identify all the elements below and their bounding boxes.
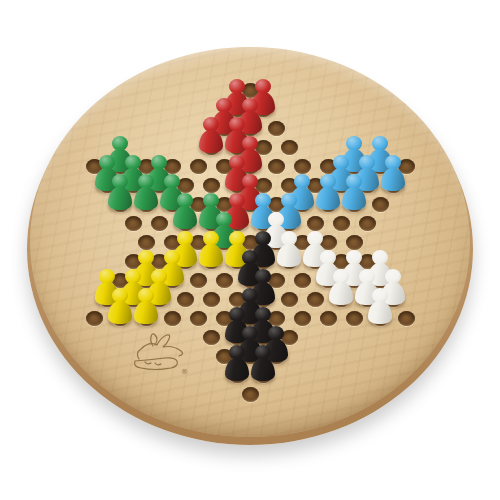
board-hole[interactable] — [242, 387, 259, 402]
peg-white[interactable] — [277, 231, 301, 267]
brand-logo-engraving: ® — [125, 329, 195, 377]
peg-blue[interactable] — [342, 174, 366, 210]
peg-black[interactable] — [251, 345, 275, 381]
board-hole[interactable] — [346, 235, 363, 250]
peg-white[interactable] — [329, 269, 353, 305]
board-hole[interactable] — [138, 235, 155, 250]
peg-red[interactable] — [199, 117, 223, 153]
board-hole[interactable] — [190, 311, 207, 326]
board-hole[interactable] — [333, 216, 350, 231]
peg-blue[interactable] — [381, 155, 405, 191]
board-hole[interactable] — [346, 311, 363, 326]
peg-yellow[interactable] — [108, 288, 132, 324]
board-hole[interactable] — [398, 311, 415, 326]
board-hole[interactable] — [320, 311, 337, 326]
board-hole[interactable] — [281, 292, 298, 307]
product-photo: ® — [0, 0, 500, 500]
peg-black[interactable] — [225, 345, 249, 381]
rabbit-ears-outline — [137, 335, 182, 359]
game-board: ® — [30, 47, 470, 437]
peg-green[interactable] — [173, 193, 197, 229]
board-hole[interactable] — [86, 311, 103, 326]
peg-yellow[interactable] — [134, 288, 158, 324]
board-hole[interactable] — [294, 159, 311, 174]
board-hole[interactable] — [281, 140, 298, 155]
peg-white[interactable] — [368, 288, 392, 324]
board-hole[interactable] — [372, 197, 389, 212]
board-hole[interactable] — [164, 311, 181, 326]
rabbit-paws-outline — [145, 362, 161, 365]
board-hole[interactable] — [268, 121, 285, 136]
peg-blue[interactable] — [316, 174, 340, 210]
board-hole[interactable] — [190, 273, 207, 288]
peg-green[interactable] — [108, 174, 132, 210]
board-hole[interactable] — [294, 273, 311, 288]
board-hole[interactable] — [177, 292, 194, 307]
board-hole[interactable] — [190, 159, 207, 174]
peg-yellow[interactable] — [199, 231, 223, 267]
peg-green[interactable] — [134, 174, 158, 210]
board-hole[interactable] — [294, 311, 311, 326]
registered-mark: ® — [181, 368, 188, 376]
board-hole[interactable] — [203, 330, 220, 345]
board-hole[interactable] — [268, 159, 285, 174]
board-hole[interactable] — [359, 216, 376, 231]
board-hole[interactable] — [216, 273, 233, 288]
board-hole[interactable] — [125, 216, 142, 231]
board-hole[interactable] — [307, 216, 324, 231]
board-hole[interactable] — [203, 178, 220, 193]
board-hole[interactable] — [307, 292, 324, 307]
board-hole[interactable] — [203, 292, 220, 307]
board-hole[interactable] — [151, 216, 168, 231]
